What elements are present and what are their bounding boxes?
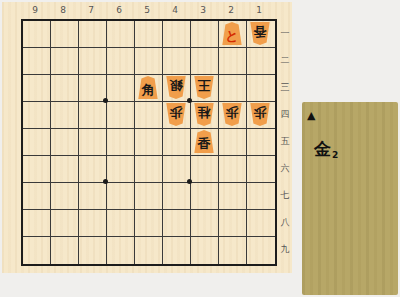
board-square <box>23 237 51 264</box>
shogi-board-grid <box>21 19 277 266</box>
board-square <box>191 21 219 48</box>
board-square <box>219 237 247 264</box>
tsume-shogi-diagram: 987654321 一二三四五六七八九 と香角銀王歩桂歩歩香 ▲ 金2 <box>0 0 400 297</box>
sente-marker: ▲ <box>307 109 315 122</box>
board-square <box>191 156 219 183</box>
board-square <box>219 156 247 183</box>
board-square <box>107 21 135 48</box>
file-label-5: 5 <box>133 5 161 15</box>
board-square <box>135 48 163 75</box>
board-square <box>23 210 51 237</box>
board-square <box>247 237 275 264</box>
board-square <box>135 102 163 129</box>
board-square <box>107 183 135 210</box>
board-square <box>163 183 191 210</box>
board-square <box>247 75 275 102</box>
board-square <box>247 129 275 156</box>
board-square <box>163 237 191 264</box>
board-square <box>79 237 107 264</box>
board-square <box>191 210 219 237</box>
board-square <box>219 129 247 156</box>
board-square <box>191 48 219 75</box>
rank-label-5: 五 <box>278 135 292 148</box>
board-square <box>23 48 51 75</box>
board-square <box>219 183 247 210</box>
board-square <box>247 48 275 75</box>
board-square <box>107 156 135 183</box>
hand-piece-kanji: 金 <box>314 139 331 159</box>
rank-label-2: 二 <box>278 54 292 67</box>
board-square <box>135 156 163 183</box>
board-square <box>23 129 51 156</box>
board-square <box>163 48 191 75</box>
board-square <box>247 183 275 210</box>
rank-label-8: 八 <box>278 216 292 229</box>
file-label-1: 1 <box>245 5 273 15</box>
file-label-7: 7 <box>77 5 105 15</box>
board-square <box>51 210 79 237</box>
board-square <box>23 183 51 210</box>
board-square <box>51 129 79 156</box>
board-square <box>79 210 107 237</box>
board-square <box>107 210 135 237</box>
board-square <box>51 48 79 75</box>
board-square <box>23 102 51 129</box>
board-square <box>79 183 107 210</box>
board-square <box>79 48 107 75</box>
board-square <box>23 21 51 48</box>
rank-label-9: 九 <box>278 243 292 256</box>
hand-piece-count: 2 <box>332 150 338 160</box>
file-label-4: 4 <box>161 5 189 15</box>
board-square <box>163 210 191 237</box>
star-point <box>187 98 192 103</box>
star-point <box>187 179 192 184</box>
board-square <box>107 237 135 264</box>
board-square <box>23 75 51 102</box>
board-square <box>191 237 219 264</box>
piece-stand: ▲ 金2 <box>302 102 398 295</box>
board-square <box>51 183 79 210</box>
board-square <box>23 156 51 183</box>
board-square <box>247 210 275 237</box>
board-square <box>51 156 79 183</box>
board-square <box>135 129 163 156</box>
board-square <box>51 102 79 129</box>
rank-label-7: 七 <box>278 189 292 202</box>
board-square <box>51 21 79 48</box>
board-square <box>51 237 79 264</box>
board-square <box>79 129 107 156</box>
board-square <box>163 21 191 48</box>
hand-piece-金: 金2 <box>314 138 337 161</box>
rank-label-6: 六 <box>278 162 292 175</box>
board-square <box>107 102 135 129</box>
board-square <box>247 156 275 183</box>
rank-label-3: 三 <box>278 81 292 94</box>
board-square <box>191 183 219 210</box>
board-square <box>219 210 247 237</box>
board-square <box>163 129 191 156</box>
board-square <box>107 48 135 75</box>
board-square <box>135 237 163 264</box>
file-label-6: 6 <box>105 5 133 15</box>
file-label-9: 9 <box>21 5 49 15</box>
file-label-2: 2 <box>217 5 245 15</box>
board-square <box>51 75 79 102</box>
star-point <box>103 98 108 103</box>
rank-label-1: 一 <box>278 27 292 40</box>
board-square <box>107 129 135 156</box>
board-square <box>219 48 247 75</box>
file-label-8: 8 <box>49 5 77 15</box>
star-point <box>103 179 108 184</box>
shogi-board-panel: 987654321 一二三四五六七八九 と香角銀王歩桂歩歩香 <box>2 2 292 273</box>
board-square <box>135 210 163 237</box>
board-square <box>135 21 163 48</box>
file-label-3: 3 <box>189 5 217 15</box>
board-square <box>135 183 163 210</box>
board-square <box>79 102 107 129</box>
board-square <box>219 75 247 102</box>
board-square <box>107 75 135 102</box>
rank-label-4: 四 <box>278 108 292 121</box>
board-square <box>79 21 107 48</box>
